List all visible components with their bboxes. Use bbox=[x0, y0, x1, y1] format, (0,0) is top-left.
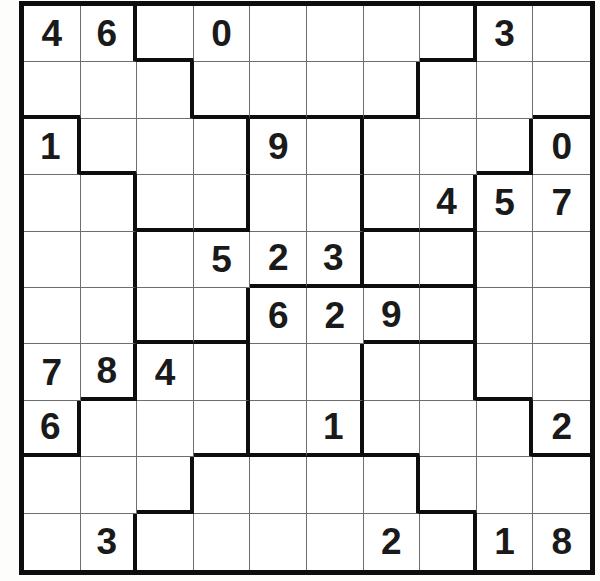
cell-r6c3[interactable] bbox=[137, 288, 194, 344]
cell-r5c3[interactable] bbox=[137, 232, 194, 288]
cell-r3c3[interactable] bbox=[137, 119, 194, 175]
cell-r6c6[interactable]: 2 bbox=[307, 288, 364, 344]
cell-r3c7[interactable] bbox=[364, 119, 421, 175]
cell-r6c1[interactable] bbox=[24, 288, 81, 344]
cell-r1c9[interactable]: 3 bbox=[477, 6, 534, 62]
cell-r3c8[interactable] bbox=[420, 119, 477, 175]
cell-r1c3[interactable] bbox=[137, 6, 194, 62]
cell-r8c8[interactable] bbox=[420, 401, 477, 457]
cell-r10c4[interactable] bbox=[194, 514, 251, 570]
cell-r10c10[interactable]: 8 bbox=[533, 514, 590, 570]
cell-r1c8[interactable] bbox=[420, 6, 477, 62]
cell-r1c7[interactable] bbox=[364, 6, 421, 62]
cell-r10c1[interactable] bbox=[24, 514, 81, 570]
cell-r9c5[interactable] bbox=[250, 457, 307, 513]
cell-r3c6[interactable] bbox=[307, 119, 364, 175]
cell-r1c1[interactable]: 4 bbox=[24, 6, 81, 62]
cell-r4c3[interactable] bbox=[137, 175, 194, 231]
cell-r8c5[interactable] bbox=[250, 401, 307, 457]
cell-r4c10[interactable]: 7 bbox=[533, 175, 590, 231]
cell-r6c4[interactable] bbox=[194, 288, 251, 344]
cell-r2c4[interactable] bbox=[194, 62, 251, 118]
cell-r9c4[interactable] bbox=[194, 457, 251, 513]
cell-r7c8[interactable] bbox=[420, 344, 477, 400]
cell-r4c8[interactable]: 4 bbox=[420, 175, 477, 231]
cell-r6c8[interactable] bbox=[420, 288, 477, 344]
cell-r5c6[interactable]: 3 bbox=[307, 232, 364, 288]
cell-r4c2[interactable] bbox=[81, 175, 138, 231]
cell-r2c9[interactable] bbox=[477, 62, 534, 118]
cell-r8c10[interactable]: 2 bbox=[533, 401, 590, 457]
cell-r5c1[interactable] bbox=[24, 232, 81, 288]
cell-r2c5[interactable] bbox=[250, 62, 307, 118]
cell-r8c6[interactable]: 1 bbox=[307, 401, 364, 457]
cell-r4c5[interactable] bbox=[250, 175, 307, 231]
cell-r2c3[interactable] bbox=[137, 62, 194, 118]
cell-r5c4[interactable]: 5 bbox=[194, 232, 251, 288]
cell-r8c9[interactable] bbox=[477, 401, 534, 457]
cell-r7c3[interactable]: 4 bbox=[137, 344, 194, 400]
cell-r9c7[interactable] bbox=[364, 457, 421, 513]
cell-r1c2[interactable]: 6 bbox=[81, 6, 138, 62]
cell-r7c5[interactable] bbox=[250, 344, 307, 400]
cell-r8c4[interactable] bbox=[194, 401, 251, 457]
cell-r8c2[interactable] bbox=[81, 401, 138, 457]
cell-r4c4[interactable] bbox=[194, 175, 251, 231]
cell-r3c2[interactable] bbox=[81, 119, 138, 175]
cell-r6c10[interactable] bbox=[533, 288, 590, 344]
puzzle-board: 46031904575236297846123218 bbox=[19, 1, 595, 575]
cell-r7c9[interactable] bbox=[477, 344, 534, 400]
cell-r5c7[interactable] bbox=[364, 232, 421, 288]
cell-r6c2[interactable] bbox=[81, 288, 138, 344]
cell-r7c7[interactable] bbox=[364, 344, 421, 400]
cell-r5c2[interactable] bbox=[81, 232, 138, 288]
cell-r3c9[interactable] bbox=[477, 119, 534, 175]
cell-r2c10[interactable] bbox=[533, 62, 590, 118]
cell-r9c10[interactable] bbox=[533, 457, 590, 513]
cell-r10c6[interactable] bbox=[307, 514, 364, 570]
cell-r7c1[interactable]: 7 bbox=[24, 344, 81, 400]
cell-r10c7[interactable]: 2 bbox=[364, 514, 421, 570]
cell-r1c10[interactable] bbox=[533, 6, 590, 62]
cell-r3c1[interactable]: 1 bbox=[24, 119, 81, 175]
cell-r2c8[interactable] bbox=[420, 62, 477, 118]
cell-r5c9[interactable] bbox=[477, 232, 534, 288]
cell-r7c10[interactable] bbox=[533, 344, 590, 400]
cell-r10c3[interactable] bbox=[137, 514, 194, 570]
cell-r9c1[interactable] bbox=[24, 457, 81, 513]
cell-r7c2[interactable]: 8 bbox=[81, 344, 138, 400]
cell-r2c7[interactable] bbox=[364, 62, 421, 118]
cell-r1c6[interactable] bbox=[307, 6, 364, 62]
cell-r4c6[interactable] bbox=[307, 175, 364, 231]
cell-r6c5[interactable]: 6 bbox=[250, 288, 307, 344]
cell-r9c2[interactable] bbox=[81, 457, 138, 513]
cell-r8c3[interactable] bbox=[137, 401, 194, 457]
cell-r1c5[interactable] bbox=[250, 6, 307, 62]
cell-r2c2[interactable] bbox=[81, 62, 138, 118]
cell-r7c6[interactable] bbox=[307, 344, 364, 400]
cell-r4c1[interactable] bbox=[24, 175, 81, 231]
cell-r9c9[interactable] bbox=[477, 457, 534, 513]
cell-r6c9[interactable] bbox=[477, 288, 534, 344]
cell-r10c8[interactable] bbox=[420, 514, 477, 570]
cell-r10c9[interactable]: 1 bbox=[477, 514, 534, 570]
cell-r10c5[interactable] bbox=[250, 514, 307, 570]
cell-r4c9[interactable]: 5 bbox=[477, 175, 534, 231]
cell-r5c10[interactable] bbox=[533, 232, 590, 288]
cell-r3c4[interactable] bbox=[194, 119, 251, 175]
cell-r8c1[interactable]: 6 bbox=[24, 401, 81, 457]
cell-r7c4[interactable] bbox=[194, 344, 251, 400]
cell-r3c5[interactable]: 9 bbox=[250, 119, 307, 175]
cell-r10c2[interactable]: 3 bbox=[81, 514, 138, 570]
cell-r9c8[interactable] bbox=[420, 457, 477, 513]
cell-r2c6[interactable] bbox=[307, 62, 364, 118]
cell-r5c8[interactable] bbox=[420, 232, 477, 288]
cell-r3c10[interactable]: 0 bbox=[533, 119, 590, 175]
cell-r8c7[interactable] bbox=[364, 401, 421, 457]
cell-r4c7[interactable] bbox=[364, 175, 421, 231]
cell-r9c3[interactable] bbox=[137, 457, 194, 513]
cell-r6c7[interactable]: 9 bbox=[364, 288, 421, 344]
cell-r5c5[interactable]: 2 bbox=[250, 232, 307, 288]
cell-r9c6[interactable] bbox=[307, 457, 364, 513]
cell-r2c1[interactable] bbox=[24, 62, 81, 118]
cell-r1c4[interactable]: 0 bbox=[194, 6, 251, 62]
